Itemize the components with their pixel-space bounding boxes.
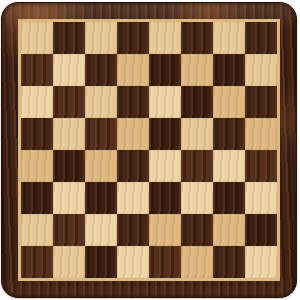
square-c3[interactable] [85, 182, 117, 214]
square-d5[interactable] [117, 118, 149, 150]
square-g5[interactable] [213, 118, 245, 150]
square-g3[interactable] [213, 182, 245, 214]
square-a5[interactable] [21, 118, 53, 150]
square-g8[interactable] [213, 22, 245, 54]
square-e4[interactable] [149, 150, 181, 182]
square-c2[interactable] [85, 214, 117, 246]
square-h1[interactable] [245, 246, 277, 278]
square-c1[interactable] [85, 246, 117, 278]
square-a7[interactable] [21, 54, 53, 86]
square-h4[interactable] [245, 150, 277, 182]
square-f8[interactable] [181, 22, 213, 54]
square-c8[interactable] [85, 22, 117, 54]
square-c5[interactable] [85, 118, 117, 150]
square-f5[interactable] [181, 118, 213, 150]
square-f6[interactable] [181, 86, 213, 118]
square-h6[interactable] [245, 86, 277, 118]
square-e2[interactable] [149, 214, 181, 246]
square-b2[interactable] [53, 214, 85, 246]
square-b8[interactable] [53, 22, 85, 54]
square-a6[interactable] [21, 86, 53, 118]
square-e5[interactable] [149, 118, 181, 150]
playing-area [21, 22, 277, 278]
square-a4[interactable] [21, 150, 53, 182]
square-d3[interactable] [117, 182, 149, 214]
square-e6[interactable] [149, 86, 181, 118]
square-a3[interactable] [21, 182, 53, 214]
square-h2[interactable] [245, 214, 277, 246]
square-c4[interactable] [85, 150, 117, 182]
chessboard [1, 2, 297, 298]
square-g2[interactable] [213, 214, 245, 246]
square-h8[interactable] [245, 22, 277, 54]
square-f3[interactable] [181, 182, 213, 214]
square-f2[interactable] [181, 214, 213, 246]
square-b5[interactable] [53, 118, 85, 150]
square-a8[interactable] [21, 22, 53, 54]
square-f4[interactable] [181, 150, 213, 182]
square-d7[interactable] [117, 54, 149, 86]
square-e8[interactable] [149, 22, 181, 54]
maple-inlay-border [18, 19, 280, 281]
square-d6[interactable] [117, 86, 149, 118]
square-d1[interactable] [117, 246, 149, 278]
square-b7[interactable] [53, 54, 85, 86]
square-f1[interactable] [181, 246, 213, 278]
square-d2[interactable] [117, 214, 149, 246]
square-g1[interactable] [213, 246, 245, 278]
square-h7[interactable] [245, 54, 277, 86]
square-d8[interactable] [117, 22, 149, 54]
square-a2[interactable] [21, 214, 53, 246]
square-d4[interactable] [117, 150, 149, 182]
square-f7[interactable] [181, 54, 213, 86]
square-c6[interactable] [85, 86, 117, 118]
photo-background [0, 0, 300, 300]
square-b4[interactable] [53, 150, 85, 182]
square-h3[interactable] [245, 182, 277, 214]
square-b1[interactable] [53, 246, 85, 278]
square-g4[interactable] [213, 150, 245, 182]
square-g6[interactable] [213, 86, 245, 118]
square-c7[interactable] [85, 54, 117, 86]
square-g7[interactable] [213, 54, 245, 86]
square-a1[interactable] [21, 246, 53, 278]
square-h5[interactable] [245, 118, 277, 150]
square-e7[interactable] [149, 54, 181, 86]
square-e1[interactable] [149, 246, 181, 278]
square-b6[interactable] [53, 86, 85, 118]
square-e3[interactable] [149, 182, 181, 214]
square-b3[interactable] [53, 182, 85, 214]
